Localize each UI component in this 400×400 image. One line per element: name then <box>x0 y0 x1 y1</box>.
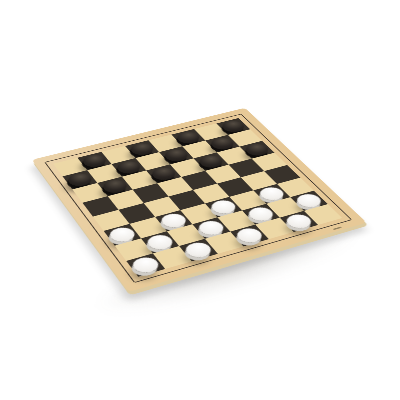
product-photo-scene <box>0 0 400 400</box>
brand-stamp <box>332 226 341 229</box>
